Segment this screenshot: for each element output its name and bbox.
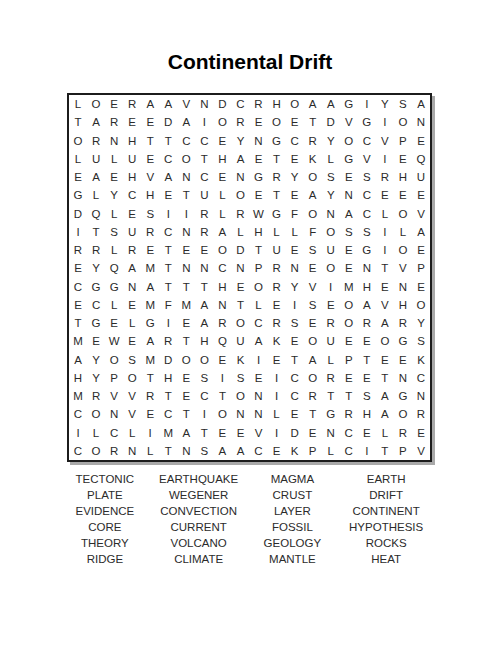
grid-cell[interactable]: G [394, 387, 412, 405]
grid-cell[interactable]: G [358, 113, 376, 131]
grid-cell[interactable]: L [105, 296, 123, 314]
grid-cell[interactable]: W [105, 332, 123, 350]
grid-cell[interactable]: T [141, 132, 159, 150]
grid-cell[interactable]: E [213, 168, 231, 186]
grid-cell[interactable]: R [87, 241, 105, 259]
grid-cell[interactable]: O [231, 186, 249, 204]
grid-cell[interactable]: N [123, 278, 141, 296]
grid-cell[interactable]: O [87, 95, 105, 113]
grid-cell[interactable]: I [159, 205, 177, 223]
grid-cell[interactable]: H [195, 332, 213, 350]
grid-cell[interactable]: A [69, 351, 87, 369]
grid-cell[interactable]: C [105, 424, 123, 442]
grid-cell[interactable]: E [412, 424, 430, 442]
grid-cell[interactable]: S [286, 314, 304, 332]
grid-cell[interactable]: T [358, 351, 376, 369]
grid-cell[interactable]: L [141, 442, 159, 460]
grid-cell[interactable]: S [123, 351, 141, 369]
grid-cell[interactable]: E [87, 332, 105, 350]
grid-cell[interactable]: E [340, 168, 358, 186]
grid-cell[interactable]: M [340, 278, 358, 296]
grid-cell[interactable]: R [105, 113, 123, 131]
grid-cell[interactable]: H [123, 168, 141, 186]
grid-cell[interactable]: O [394, 205, 412, 223]
grid-cell[interactable]: K [268, 332, 286, 350]
grid-cell[interactable]: R [195, 205, 213, 223]
grid-cell[interactable]: S [358, 223, 376, 241]
grid-cell[interactable]: C [195, 132, 213, 150]
grid-cell[interactable]: T [177, 278, 195, 296]
grid-cell[interactable]: S [141, 205, 159, 223]
grid-cell[interactable]: R [412, 405, 430, 423]
grid-cell[interactable]: O [177, 351, 195, 369]
grid-cell[interactable]: E [340, 332, 358, 350]
grid-cell[interactable]: R [141, 223, 159, 241]
grid-cell[interactable]: Q [87, 205, 105, 223]
grid-cell[interactable]: T [213, 387, 231, 405]
grid-cell[interactable]: Y [87, 259, 105, 277]
grid-cell[interactable]: C [340, 442, 358, 460]
grid-cell[interactable]: N [177, 442, 195, 460]
grid-cell[interactable]: R [340, 405, 358, 423]
grid-cell[interactable]: C [123, 186, 141, 204]
grid-cell[interactable]: Y [231, 132, 249, 150]
grid-cell[interactable]: R [123, 95, 141, 113]
grid-cell[interactable]: U [123, 150, 141, 168]
grid-cell[interactable]: R [231, 113, 249, 131]
grid-cell[interactable]: E [376, 278, 394, 296]
grid-cell[interactable]: U [322, 332, 340, 350]
grid-cell[interactable]: O [177, 150, 195, 168]
grid-cell[interactable]: E [304, 314, 322, 332]
grid-cell[interactable]: A [358, 296, 376, 314]
grid-cell[interactable]: T [195, 278, 213, 296]
grid-cell[interactable]: Y [286, 168, 304, 186]
grid-cell[interactable]: R [87, 387, 105, 405]
grid-cell[interactable]: D [159, 351, 177, 369]
grid-cell[interactable]: E [286, 186, 304, 204]
grid-cell[interactable]: R [376, 168, 394, 186]
grid-cell[interactable]: U [412, 168, 430, 186]
grid-cell[interactable]: E [105, 314, 123, 332]
grid-cell[interactable]: L [87, 424, 105, 442]
grid-cell[interactable]: G [268, 205, 286, 223]
grid-cell[interactable]: H [394, 296, 412, 314]
grid-cell[interactable]: H [123, 132, 141, 150]
grid-cell[interactable]: N [213, 296, 231, 314]
grid-cell[interactable]: R [123, 241, 141, 259]
grid-cell[interactable]: R [159, 332, 177, 350]
grid-cell[interactable]: P [304, 442, 322, 460]
grid-cell[interactable]: Y [286, 278, 304, 296]
grid-cell[interactable]: T [87, 223, 105, 241]
grid-cell[interactable]: L [213, 186, 231, 204]
grid-cell[interactable]: R [304, 132, 322, 150]
grid-cell[interactable]: N [123, 442, 141, 460]
grid-cell[interactable]: P [249, 259, 267, 277]
grid-cell[interactable]: F [159, 296, 177, 314]
grid-cell[interactable]: I [141, 424, 159, 442]
grid-cell[interactable]: E [358, 332, 376, 350]
grid-cell[interactable]: G [69, 186, 87, 204]
grid-cell[interactable]: H [268, 95, 286, 113]
grid-cell[interactable]: E [141, 150, 159, 168]
grid-cell[interactable]: O [304, 332, 322, 350]
grid-cell[interactable]: H [358, 278, 376, 296]
grid-cell[interactable]: C [69, 278, 87, 296]
grid-cell[interactable]: R [268, 259, 286, 277]
grid-cell[interactable]: E [141, 113, 159, 131]
grid-cell[interactable]: V [340, 113, 358, 131]
grid-cell[interactable]: H [141, 186, 159, 204]
grid-cell[interactable]: E [231, 278, 249, 296]
grid-cell[interactable]: A [231, 442, 249, 460]
grid-cell[interactable]: G [105, 278, 123, 296]
grid-cell[interactable]: A [177, 424, 195, 442]
grid-cell[interactable]: S [412, 332, 430, 350]
grid-cell[interactable]: S [195, 442, 213, 460]
grid-cell[interactable]: A [159, 168, 177, 186]
grid-cell[interactable]: E [358, 369, 376, 387]
grid-cell[interactable]: V [412, 205, 430, 223]
grid-cell[interactable]: N [249, 405, 267, 423]
grid-cell[interactable]: F [304, 223, 322, 241]
grid-cell[interactable]: U [231, 332, 249, 350]
grid-cell[interactable]: Y [105, 186, 123, 204]
grid-cell[interactable]: S [105, 223, 123, 241]
grid-cell[interactable]: N [394, 369, 412, 387]
grid-cell[interactable]: L [69, 150, 87, 168]
grid-cell[interactable]: E [412, 132, 430, 150]
grid-cell[interactable]: N [231, 168, 249, 186]
grid-cell[interactable]: E [394, 351, 412, 369]
grid-cell[interactable]: N [394, 278, 412, 296]
grid-cell[interactable]: A [177, 113, 195, 131]
grid-cell[interactable]: D [213, 95, 231, 113]
grid-cell[interactable]: O [412, 296, 430, 314]
grid-cell[interactable]: S [340, 223, 358, 241]
grid-cell[interactable]: D [322, 113, 340, 131]
grid-cell[interactable]: E [249, 186, 267, 204]
grid-cell[interactable]: S [358, 387, 376, 405]
grid-cell[interactable]: C [159, 150, 177, 168]
grid-cell[interactable]: L [105, 205, 123, 223]
grid-cell[interactable]: T [69, 314, 87, 332]
grid-cell[interactable]: Y [87, 369, 105, 387]
grid-cell[interactable]: T [159, 259, 177, 277]
grid-cell[interactable]: N [177, 168, 195, 186]
grid-cell[interactable]: R [231, 205, 249, 223]
grid-cell[interactable]: P [394, 132, 412, 150]
grid-cell[interactable]: E [213, 132, 231, 150]
grid-cell[interactable]: R [268, 314, 286, 332]
grid-cell[interactable]: R [87, 132, 105, 150]
grid-cell[interactable]: K [412, 351, 430, 369]
grid-cell[interactable]: I [376, 113, 394, 131]
grid-cell[interactable]: O [340, 314, 358, 332]
grid-cell[interactable]: I [376, 150, 394, 168]
grid-cell[interactable]: A [123, 259, 141, 277]
grid-cell[interactable]: R [268, 278, 286, 296]
grid-cell[interactable]: E [105, 168, 123, 186]
grid-cell[interactable]: N [322, 424, 340, 442]
grid-cell[interactable]: E [123, 205, 141, 223]
grid-cell[interactable]: W [249, 205, 267, 223]
grid-cell[interactable]: E [286, 150, 304, 168]
grid-cell[interactable]: V [141, 168, 159, 186]
grid-cell[interactable]: E [177, 314, 195, 332]
grid-cell[interactable]: T [376, 442, 394, 460]
grid-cell[interactable]: C [286, 387, 304, 405]
grid-cell[interactable]: L [87, 186, 105, 204]
grid-cell[interactable]: A [87, 113, 105, 131]
grid-cell[interactable]: O [304, 205, 322, 223]
grid-cell[interactable]: N [249, 387, 267, 405]
grid-cell[interactable]: R [213, 314, 231, 332]
grid-cell[interactable]: A [376, 405, 394, 423]
grid-cell[interactable]: T [159, 132, 177, 150]
grid-cell[interactable]: T [322, 387, 340, 405]
grid-cell[interactable]: O [394, 113, 412, 131]
grid-cell[interactable]: U [268, 241, 286, 259]
grid-cell[interactable]: N [412, 387, 430, 405]
grid-cell[interactable]: R [394, 314, 412, 332]
grid-cell[interactable]: Y [412, 314, 430, 332]
grid-cell[interactable]: T [177, 186, 195, 204]
grid-cell[interactable]: L [69, 95, 87, 113]
grid-cell[interactable]: C [249, 314, 267, 332]
grid-cell[interactable]: M [177, 296, 195, 314]
grid-cell[interactable]: A [213, 442, 231, 460]
grid-cell[interactable]: Q [412, 150, 430, 168]
grid-cell[interactable]: L [213, 205, 231, 223]
grid-cell[interactable]: K [286, 442, 304, 460]
grid-cell[interactable]: M [141, 259, 159, 277]
grid-cell[interactable]: L [322, 442, 340, 460]
grid-cell[interactable]: D [231, 241, 249, 259]
grid-cell[interactable]: E [141, 241, 159, 259]
grid-cell[interactable]: V [105, 387, 123, 405]
grid-cell[interactable]: T [286, 351, 304, 369]
grid-cell[interactable]: R [268, 168, 286, 186]
grid-cell[interactable]: A [195, 296, 213, 314]
grid-cell[interactable]: L [268, 223, 286, 241]
grid-cell[interactable]: G [87, 314, 105, 332]
grid-cell[interactable]: S [394, 95, 412, 113]
grid-cell[interactable]: I [195, 113, 213, 131]
grid-cell[interactable]: V [376, 296, 394, 314]
grid-cell[interactable]: E [213, 351, 231, 369]
grid-cell[interactable]: S [304, 296, 322, 314]
grid-cell[interactable]: H [358, 405, 376, 423]
grid-cell[interactable]: E [159, 186, 177, 204]
grid-cell[interactable]: S [231, 369, 249, 387]
grid-cell[interactable]: D [159, 113, 177, 131]
grid-cell[interactable]: H [159, 369, 177, 387]
grid-cell[interactable]: E [69, 259, 87, 277]
grid-cell[interactable]: V [177, 95, 195, 113]
grid-cell[interactable]: V [123, 405, 141, 423]
grid-cell[interactable]: R [322, 369, 340, 387]
grid-cell[interactable]: N [231, 259, 249, 277]
grid-cell[interactable]: E [304, 259, 322, 277]
grid-cell[interactable]: E [213, 424, 231, 442]
grid-cell[interactable]: C [412, 369, 430, 387]
grid-cell[interactable]: M [141, 296, 159, 314]
grid-cell[interactable]: I [268, 424, 286, 442]
grid-cell[interactable]: M [141, 351, 159, 369]
grid-cell[interactable]: V [123, 387, 141, 405]
grid-cell[interactable]: L [268, 405, 286, 423]
grid-cell[interactable]: E [268, 296, 286, 314]
grid-cell[interactable]: E [376, 351, 394, 369]
grid-cell[interactable]: T [159, 442, 177, 460]
grid-cell[interactable]: L [105, 241, 123, 259]
grid-cell[interactable]: G [87, 278, 105, 296]
grid-cell[interactable]: E [123, 113, 141, 131]
grid-cell[interactable]: O [123, 369, 141, 387]
grid-cell[interactable]: I [376, 223, 394, 241]
grid-cell[interactable]: A [141, 95, 159, 113]
grid-cell[interactable]: L [231, 223, 249, 241]
grid-cell[interactable]: A [141, 278, 159, 296]
grid-cell[interactable]: T [304, 405, 322, 423]
grid-cell[interactable]: O [340, 132, 358, 150]
grid-cell[interactable]: E [141, 405, 159, 423]
grid-cell[interactable]: V [358, 150, 376, 168]
grid-cell[interactable]: N [358, 259, 376, 277]
grid-cell[interactable]: C [177, 132, 195, 150]
grid-cell[interactable]: A [376, 387, 394, 405]
grid-cell[interactable]: E [268, 351, 286, 369]
grid-cell[interactable]: E [286, 405, 304, 423]
grid-cell[interactable]: E [340, 259, 358, 277]
grid-cell[interactable]: E [376, 186, 394, 204]
grid-cell[interactable]: A [231, 150, 249, 168]
grid-cell[interactable]: I [69, 223, 87, 241]
grid-cell[interactable]: S [304, 241, 322, 259]
grid-cell[interactable]: T [268, 186, 286, 204]
grid-cell[interactable]: T [159, 278, 177, 296]
grid-cell[interactable]: U [322, 241, 340, 259]
grid-cell[interactable]: C [195, 168, 213, 186]
grid-cell[interactable]: S [195, 369, 213, 387]
grid-cell[interactable]: I [268, 369, 286, 387]
grid-cell[interactable]: C [87, 296, 105, 314]
grid-cell[interactable]: R [195, 223, 213, 241]
grid-cell[interactable]: O [249, 278, 267, 296]
grid-cell[interactable]: O [231, 387, 249, 405]
grid-cell[interactable]: N [177, 259, 195, 277]
grid-cell[interactable]: K [231, 351, 249, 369]
grid-cell[interactable]: C [286, 369, 304, 387]
grid-cell[interactable]: E [286, 241, 304, 259]
grid-cell[interactable]: U [195, 186, 213, 204]
grid-cell[interactable]: A [304, 95, 322, 113]
grid-cell[interactable]: O [304, 168, 322, 186]
grid-cell[interactable]: E [69, 168, 87, 186]
grid-cell[interactable]: E [394, 150, 412, 168]
grid-cell[interactable]: I [159, 314, 177, 332]
grid-cell[interactable]: I [249, 351, 267, 369]
grid-cell[interactable]: E [412, 241, 430, 259]
grid-cell[interactable]: E [394, 186, 412, 204]
grid-cell[interactable]: N [340, 186, 358, 204]
grid-cell[interactable]: M [69, 387, 87, 405]
grid-cell[interactable]: E [195, 241, 213, 259]
grid-cell[interactable]: I [358, 442, 376, 460]
grid-cell[interactable]: I [376, 241, 394, 259]
grid-cell[interactable]: A [376, 314, 394, 332]
grid-cell[interactable]: N [322, 205, 340, 223]
grid-cell[interactable]: U [123, 223, 141, 241]
grid-cell[interactable]: T [195, 150, 213, 168]
grid-cell[interactable]: O [286, 95, 304, 113]
grid-cell[interactable]: O [322, 259, 340, 277]
grid-cell[interactable]: A [412, 95, 430, 113]
grid-cell[interactable]: L [286, 223, 304, 241]
grid-cell[interactable]: O [213, 405, 231, 423]
grid-cell[interactable]: R [69, 241, 87, 259]
grid-cell[interactable]: V [376, 132, 394, 150]
grid-cell[interactable]: L [322, 150, 340, 168]
grid-cell[interactable]: T [69, 113, 87, 131]
grid-cell[interactable]: G [340, 95, 358, 113]
grid-cell[interactable]: E [340, 241, 358, 259]
grid-cell[interactable]: O [268, 113, 286, 131]
grid-cell[interactable]: O [231, 314, 249, 332]
grid-cell[interactable]: T [304, 113, 322, 131]
grid-cell[interactable]: Y [376, 95, 394, 113]
grid-cell[interactable]: T [141, 369, 159, 387]
grid-cell[interactable]: O [304, 369, 322, 387]
grid-cell[interactable]: N [195, 259, 213, 277]
grid-cell[interactable]: V [412, 442, 430, 460]
grid-cell[interactable]: E [412, 278, 430, 296]
grid-cell[interactable]: C [159, 223, 177, 241]
grid-cell[interactable]: E [177, 241, 195, 259]
grid-cell[interactable]: D [69, 205, 87, 223]
grid-cell[interactable]: F [286, 205, 304, 223]
grid-cell[interactable]: V [394, 259, 412, 277]
grid-cell[interactable]: C [159, 405, 177, 423]
grid-cell[interactable]: O [322, 223, 340, 241]
grid-cell[interactable]: I [177, 205, 195, 223]
grid-cell[interactable]: O [195, 351, 213, 369]
grid-cell[interactable]: T [340, 387, 358, 405]
grid-cell[interactable]: L [123, 314, 141, 332]
grid-cell[interactable]: E [249, 113, 267, 131]
grid-cell[interactable]: Y [322, 132, 340, 150]
grid-cell[interactable]: T [177, 405, 195, 423]
grid-cell[interactable]: C [195, 387, 213, 405]
grid-cell[interactable]: O [213, 113, 231, 131]
grid-cell[interactable]: N [195, 95, 213, 113]
grid-cell[interactable]: N [412, 113, 430, 131]
grid-cell[interactable]: A [195, 314, 213, 332]
grid-cell[interactable]: Q [105, 259, 123, 277]
grid-cell[interactable]: E [358, 424, 376, 442]
grid-cell[interactable]: L [394, 223, 412, 241]
grid-cell[interactable]: I [286, 296, 304, 314]
grid-cell[interactable]: A [340, 205, 358, 223]
grid-cell[interactable]: A [141, 332, 159, 350]
grid-cell[interactable]: C [358, 186, 376, 204]
grid-cell[interactable]: C [286, 132, 304, 150]
grid-cell[interactable]: E [105, 95, 123, 113]
grid-cell[interactable]: T [249, 241, 267, 259]
grid-cell[interactable]: S [322, 168, 340, 186]
